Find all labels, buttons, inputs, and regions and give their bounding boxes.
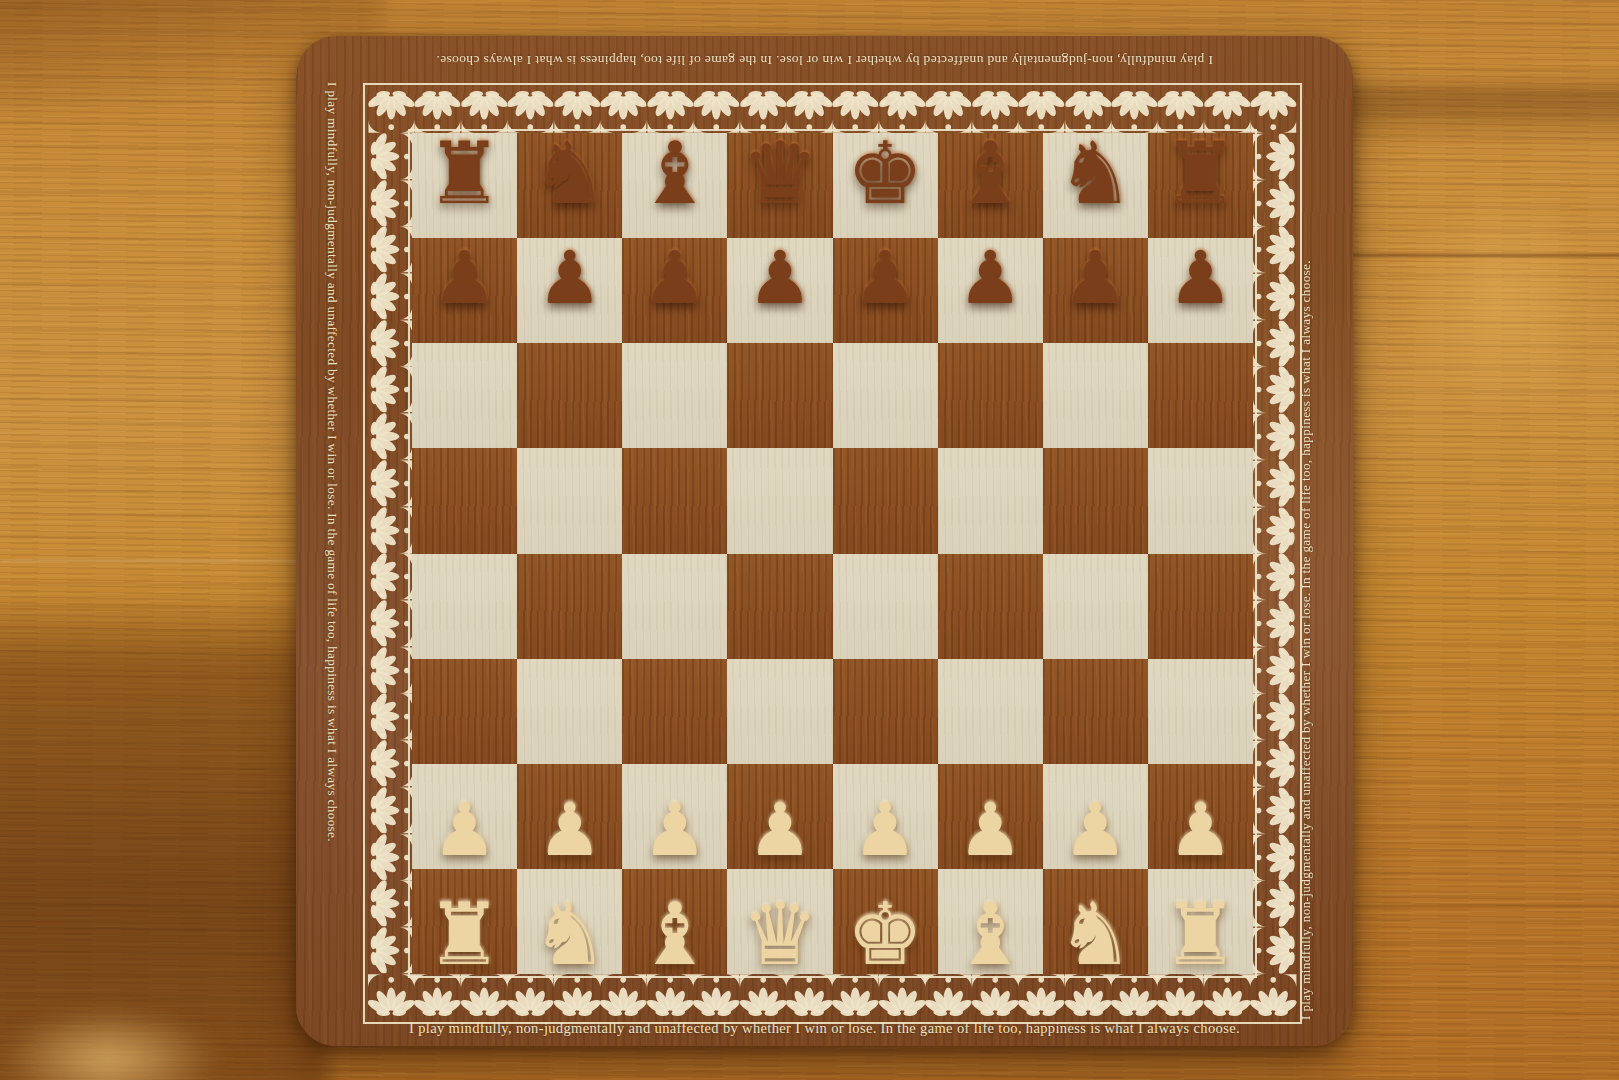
black-pawn-a7[interactable]: ♟ [432,241,497,314]
lotus-motif [368,413,412,460]
quote-bottom: I play mindfully, non-judgmentally and u… [296,1020,1353,1037]
square-c4[interactable] [622,554,727,659]
lotus-motif [368,320,412,367]
white-rook-a1[interactable]: ♜ [426,891,503,977]
black-pawn-c7[interactable]: ♟ [642,241,707,314]
square-h4[interactable] [1148,554,1253,659]
lotus-motif [1253,320,1297,367]
black-king-e8[interactable]: ♚ [847,130,924,216]
square-b6[interactable] [517,343,622,448]
square-a6[interactable] [412,343,517,448]
lotus-motif [1253,507,1297,554]
square-e1[interactable]: ♚ [833,869,938,974]
lotus-motif [368,226,412,273]
square-f2[interactable]: ♟ [938,764,1043,869]
square-e5[interactable] [833,448,938,553]
square-a5[interactable] [412,448,517,553]
black-pawn-b7[interactable]: ♟ [537,241,602,314]
square-c5[interactable] [622,448,727,553]
square-g8[interactable]: ♞ [1043,133,1148,238]
black-pawn-e7[interactable]: ♟ [852,241,917,314]
square-f7[interactable]: ♟ [938,238,1043,343]
square-d7[interactable]: ♟ [727,238,832,343]
lotus-border-right [1253,133,1297,974]
table-dark-streak-top-right [1340,88,1619,148]
white-bishop-c1[interactable]: ♝ [636,891,713,977]
lotus-motif [1253,740,1297,787]
square-c7[interactable]: ♟ [622,238,727,343]
square-a1[interactable]: ♜ [412,869,517,974]
lotus-motif [1253,180,1297,227]
lotus-motif [368,133,412,180]
quote-left: I play mindfully, non-judgmentally and u… [324,82,340,1020]
table-surface: I play mindfully, non-judgmentally and u… [0,0,1619,1080]
white-rook-h1[interactable]: ♜ [1162,891,1239,977]
lotus-motif [1253,553,1297,600]
lotus-border-left [368,133,412,974]
white-pawn-d2[interactable]: ♟ [747,793,812,866]
square-b7[interactable]: ♟ [517,238,622,343]
square-c2[interactable]: ♟ [622,764,727,869]
square-g6[interactable] [1043,343,1148,448]
square-a8[interactable]: ♜ [412,133,517,238]
black-bishop-c8[interactable]: ♝ [636,130,713,216]
lotus-motif [1253,413,1297,460]
square-c3[interactable] [622,659,727,764]
square-g3[interactable] [1043,659,1148,764]
lotus-motif [368,600,412,647]
square-c8[interactable]: ♝ [622,133,727,238]
white-pawn-a2[interactable]: ♟ [432,793,497,866]
table-plank-seam-bottom-right [1352,905,1619,907]
square-b5[interactable] [517,448,622,553]
lotus-motif [368,273,412,320]
white-pawn-h2[interactable]: ♟ [1168,793,1233,866]
lotus-motif [368,180,412,227]
black-rook-h8[interactable]: ♜ [1162,130,1239,216]
lotus-motif [368,88,414,133]
lotus-motif [1250,974,1296,1019]
square-e4[interactable] [833,554,938,659]
lotus-border-bottom [368,974,1297,1019]
lotus-motif [1253,460,1297,507]
white-knight-b1[interactable]: ♞ [531,891,608,977]
square-a7[interactable]: ♟ [412,238,517,343]
white-queen-d1[interactable]: ♛ [741,891,818,977]
lotus-motif [368,787,412,834]
square-e6[interactable] [833,343,938,448]
black-pawn-g7[interactable]: ♟ [1063,241,1128,314]
square-b8[interactable]: ♞ [517,133,622,238]
board-grid: ♜♞♝♛♚♝♞♜♟♟♟♟♟♟♟♟♟♟♟♟♟♟♟♟♜♞♝♛♚♝♞♜ [412,133,1253,974]
chess-board-plank: I play mindfully, non-judgmentally and u… [296,36,1353,1046]
square-a2[interactable]: ♟ [412,764,517,869]
white-pawn-g2[interactable]: ♟ [1063,793,1128,866]
black-pawn-h7[interactable]: ♟ [1168,241,1233,314]
lotus-motif [1253,600,1297,647]
square-f8[interactable]: ♝ [938,133,1043,238]
square-a4[interactable] [412,554,517,659]
lotus-motif [1253,133,1297,180]
square-f5[interactable] [938,448,1043,553]
square-h6[interactable] [1148,343,1253,448]
square-g5[interactable] [1043,448,1148,553]
lotus-motif [368,647,412,694]
square-c6[interactable] [622,343,727,448]
square-h7[interactable]: ♟ [1148,238,1253,343]
white-pawn-b2[interactable]: ♟ [537,793,602,866]
lotus-motif [368,694,412,741]
lotus-motif [1253,694,1297,741]
square-f3[interactable] [938,659,1043,764]
quote-right: I play mindfully, non-judgmentally and u… [1298,82,1314,1020]
black-pawn-f7[interactable]: ♟ [957,241,1022,314]
black-pawn-d7[interactable]: ♟ [747,241,812,314]
table-highlight-bottom-left [0,930,290,1080]
lotus-motif [368,367,412,414]
square-e7[interactable]: ♟ [833,238,938,343]
lotus-motif [368,834,412,881]
lotus-motif [1253,927,1297,974]
square-b3[interactable] [517,659,622,764]
black-bishop-f8[interactable]: ♝ [952,130,1029,216]
lotus-motif [368,881,412,928]
lotus-motif [368,507,412,554]
white-pawn-e2[interactable]: ♟ [852,793,917,866]
square-h8[interactable]: ♜ [1148,133,1253,238]
white-bishop-f1[interactable]: ♝ [952,891,1029,977]
table-plank-seam-left [0,560,300,562]
lotus-border-top [368,88,1297,133]
square-f4[interactable] [938,554,1043,659]
square-e3[interactable] [833,659,938,764]
square-g7[interactable]: ♟ [1043,238,1148,343]
square-e8[interactable]: ♚ [833,133,938,238]
white-knight-g1[interactable]: ♞ [1057,891,1134,977]
square-e2[interactable]: ♟ [833,764,938,869]
square-d1[interactable]: ♛ [727,869,832,974]
black-queen-d8[interactable]: ♛ [741,130,818,216]
white-pawn-c2[interactable]: ♟ [642,793,707,866]
black-knight-b8[interactable]: ♞ [531,130,608,216]
square-b4[interactable] [517,554,622,659]
lotus-motif [368,740,412,787]
square-g4[interactable] [1043,554,1148,659]
lotus-motif [1253,787,1297,834]
white-pawn-f2[interactable]: ♟ [957,793,1022,866]
quote-top: I play mindfully, non-judgmentally and u… [296,52,1353,68]
lotus-motif [368,974,414,1019]
square-h2[interactable]: ♟ [1148,764,1253,869]
table-dark-plank-left [0,590,330,1080]
lotus-motif [1253,647,1297,694]
square-d3[interactable] [727,659,832,764]
square-d5[interactable] [727,448,832,553]
square-b1[interactable]: ♞ [517,869,622,974]
square-f1[interactable]: ♝ [938,869,1043,974]
square-d6[interactable] [727,343,832,448]
lotus-motif [368,460,412,507]
lotus-motif [1253,834,1297,881]
square-f6[interactable] [938,343,1043,448]
lotus-motif [1253,273,1297,320]
square-g1[interactable]: ♞ [1043,869,1148,974]
square-g2[interactable]: ♟ [1043,764,1148,869]
square-d8[interactable]: ♛ [727,133,832,238]
square-b2[interactable]: ♟ [517,764,622,869]
lotus-motif [1253,367,1297,414]
black-rook-a8[interactable]: ♜ [426,130,503,216]
square-c1[interactable]: ♝ [622,869,727,974]
square-a3[interactable] [412,659,517,764]
square-d2[interactable]: ♟ [727,764,832,869]
black-knight-g8[interactable]: ♞ [1057,130,1134,216]
lotus-motif [1253,226,1297,273]
square-h1[interactable]: ♜ [1148,869,1253,974]
square-h3[interactable] [1148,659,1253,764]
lotus-motif [1250,88,1296,133]
table-plank-seam-right [1352,254,1619,257]
white-king-e1[interactable]: ♚ [847,891,924,977]
square-h5[interactable] [1148,448,1253,553]
lotus-motif [368,553,412,600]
table-highlight-right [1350,150,1619,480]
square-d4[interactable] [727,554,832,659]
lotus-motif [1253,881,1297,928]
lotus-motif [368,927,412,974]
